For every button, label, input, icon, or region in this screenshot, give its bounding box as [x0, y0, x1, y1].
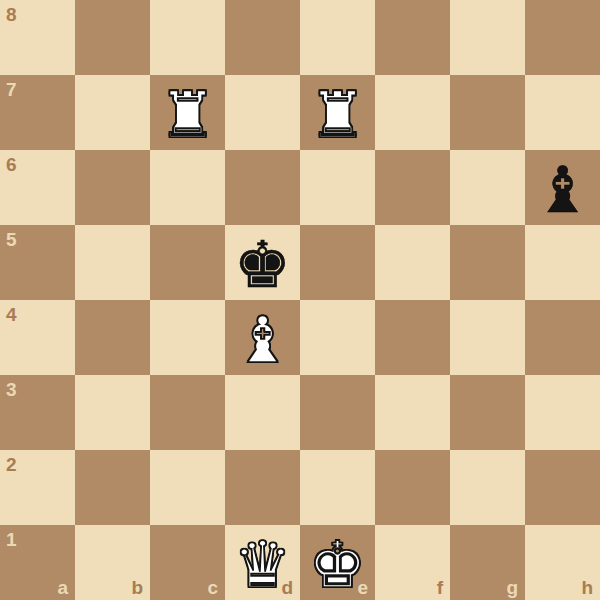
square-h1[interactable]: h — [525, 525, 600, 600]
black-bishop-piece[interactable]: ♝ — [534, 158, 591, 222]
square-c4[interactable] — [150, 300, 225, 375]
square-g4[interactable] — [450, 300, 525, 375]
square-b2[interactable] — [75, 450, 150, 525]
square-f8[interactable] — [375, 0, 450, 75]
square-c3[interactable] — [150, 375, 225, 450]
rank-label-6: 6 — [6, 155, 17, 174]
square-f4[interactable] — [375, 300, 450, 375]
rank-label-1: 1 — [6, 530, 17, 549]
rank-label-5: 5 — [6, 230, 17, 249]
file-label-g: g — [506, 578, 518, 597]
square-a6[interactable]: 6 — [0, 150, 75, 225]
square-e1[interactable]: ♚e — [300, 525, 375, 600]
square-e5[interactable] — [300, 225, 375, 300]
square-a3[interactable]: 3 — [0, 375, 75, 450]
square-e7[interactable]: ♜ — [300, 75, 375, 150]
square-h8[interactable] — [525, 0, 600, 75]
square-f3[interactable] — [375, 375, 450, 450]
square-a1[interactable]: 1a — [0, 525, 75, 600]
square-d3[interactable] — [225, 375, 300, 450]
square-d8[interactable] — [225, 0, 300, 75]
square-g2[interactable] — [450, 450, 525, 525]
square-e6[interactable] — [300, 150, 375, 225]
square-b3[interactable] — [75, 375, 150, 450]
file-label-f: f — [437, 578, 443, 597]
square-f7[interactable] — [375, 75, 450, 150]
square-c6[interactable] — [150, 150, 225, 225]
square-h4[interactable] — [525, 300, 600, 375]
square-b5[interactable] — [75, 225, 150, 300]
file-label-b: b — [131, 578, 143, 597]
square-d4[interactable]: ♝ — [225, 300, 300, 375]
square-a8[interactable]: 8 — [0, 0, 75, 75]
square-g8[interactable] — [450, 0, 525, 75]
square-a7[interactable]: 7 — [0, 75, 75, 150]
square-a4[interactable]: 4 — [0, 300, 75, 375]
square-e2[interactable] — [300, 450, 375, 525]
square-g6[interactable] — [450, 150, 525, 225]
black-king-piece[interactable]: ♚ — [234, 233, 291, 297]
square-h6[interactable]: ♝ — [525, 150, 600, 225]
square-d5[interactable]: ♚ — [225, 225, 300, 300]
square-b1[interactable]: b — [75, 525, 150, 600]
square-e3[interactable] — [300, 375, 375, 450]
square-c7[interactable]: ♜ — [150, 75, 225, 150]
white-rook-piece[interactable]: ♜ — [159, 83, 216, 147]
rank-label-4: 4 — [6, 305, 17, 324]
square-h2[interactable] — [525, 450, 600, 525]
square-d2[interactable] — [225, 450, 300, 525]
rank-label-2: 2 — [6, 455, 17, 474]
square-a2[interactable]: 2 — [0, 450, 75, 525]
square-f1[interactable]: f — [375, 525, 450, 600]
square-e4[interactable] — [300, 300, 375, 375]
square-g1[interactable]: g — [450, 525, 525, 600]
square-d1[interactable]: ♛d — [225, 525, 300, 600]
square-h5[interactable] — [525, 225, 600, 300]
square-c2[interactable] — [150, 450, 225, 525]
square-e8[interactable] — [300, 0, 375, 75]
square-a5[interactable]: 5 — [0, 225, 75, 300]
square-f2[interactable] — [375, 450, 450, 525]
rank-label-7: 7 — [6, 80, 17, 99]
white-king-piece[interactable]: ♚ — [309, 533, 366, 597]
square-d6[interactable] — [225, 150, 300, 225]
chess-board: 87♜♜6♝5♚4♝321abc♛d♚efgh — [0, 0, 600, 600]
rank-label-3: 3 — [6, 380, 17, 399]
white-rook-piece[interactable]: ♜ — [309, 83, 366, 147]
square-d7[interactable] — [225, 75, 300, 150]
square-f5[interactable] — [375, 225, 450, 300]
rank-label-8: 8 — [6, 5, 17, 24]
file-label-h: h — [581, 578, 593, 597]
square-b4[interactable] — [75, 300, 150, 375]
square-g5[interactable] — [450, 225, 525, 300]
square-f6[interactable] — [375, 150, 450, 225]
square-h7[interactable] — [525, 75, 600, 150]
square-b7[interactable] — [75, 75, 150, 150]
square-g3[interactable] — [450, 375, 525, 450]
file-label-a: a — [57, 578, 68, 597]
file-label-c: c — [207, 578, 218, 597]
square-c1[interactable]: c — [150, 525, 225, 600]
square-c5[interactable] — [150, 225, 225, 300]
square-b6[interactable] — [75, 150, 150, 225]
square-g7[interactable] — [450, 75, 525, 150]
square-c8[interactable] — [150, 0, 225, 75]
square-b8[interactable] — [75, 0, 150, 75]
white-queen-piece[interactable]: ♛ — [234, 533, 291, 597]
white-bishop-piece[interactable]: ♝ — [234, 308, 291, 372]
square-h3[interactable] — [525, 375, 600, 450]
